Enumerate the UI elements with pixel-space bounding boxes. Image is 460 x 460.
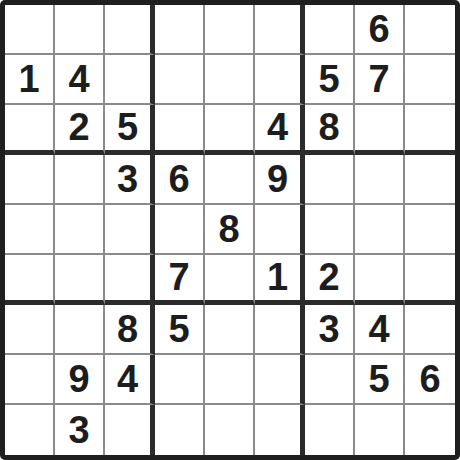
cell-r9c9[interactable] [405, 405, 455, 455]
cell-r7c4[interactable]: 5 [155, 305, 205, 355]
cell-r2c4[interactable] [155, 55, 205, 105]
cell-r8c6[interactable] [255, 355, 305, 405]
cell-r1c4[interactable] [155, 5, 205, 55]
cell-r1c5[interactable] [205, 5, 255, 55]
cell-r3c2[interactable]: 2 [55, 105, 105, 155]
cell-r1c8[interactable]: 6 [355, 5, 405, 55]
cell-r5c8[interactable] [355, 205, 405, 255]
cell-r2c9[interactable] [405, 55, 455, 105]
cell-r2c5[interactable] [205, 55, 255, 105]
cell-r3c1[interactable] [5, 105, 55, 155]
cell-r5c9[interactable] [405, 205, 455, 255]
cell-r6c7[interactable]: 2 [305, 255, 355, 305]
cell-r3c6[interactable]: 4 [255, 105, 305, 155]
sudoku-board: 6145725483698712853494563 [0, 0, 460, 460]
cell-r4c3[interactable]: 3 [105, 155, 155, 205]
cell-r7c3[interactable]: 8 [105, 305, 155, 355]
cell-r7c1[interactable] [5, 305, 55, 355]
cell-r9c8[interactable] [355, 405, 405, 455]
cell-r4c2[interactable] [55, 155, 105, 205]
cell-r4c6[interactable]: 9 [255, 155, 305, 205]
cell-r6c1[interactable] [5, 255, 55, 305]
cell-r6c5[interactable] [205, 255, 255, 305]
cell-r2c7[interactable]: 5 [305, 55, 355, 105]
cell-r9c1[interactable] [5, 405, 55, 455]
cell-r5c7[interactable] [305, 205, 355, 255]
cell-r6c3[interactable] [105, 255, 155, 305]
cell-r8c3[interactable]: 4 [105, 355, 155, 405]
cell-r4c9[interactable] [405, 155, 455, 205]
cell-r8c7[interactable] [305, 355, 355, 405]
cell-r9c3[interactable] [105, 405, 155, 455]
cell-r6c4[interactable]: 7 [155, 255, 205, 305]
cell-r9c7[interactable] [305, 405, 355, 455]
cell-r7c6[interactable] [255, 305, 305, 355]
cell-r9c4[interactable] [155, 405, 205, 455]
cell-r5c2[interactable] [55, 205, 105, 255]
cell-r7c5[interactable] [205, 305, 255, 355]
cell-r1c9[interactable] [405, 5, 455, 55]
cell-r4c7[interactable] [305, 155, 355, 205]
cell-r1c2[interactable] [55, 5, 105, 55]
cell-r8c9[interactable]: 6 [405, 355, 455, 405]
cell-r2c6[interactable] [255, 55, 305, 105]
cell-r3c3[interactable]: 5 [105, 105, 155, 155]
cell-r8c8[interactable]: 5 [355, 355, 405, 405]
cell-r8c5[interactable] [205, 355, 255, 405]
cell-r5c6[interactable] [255, 205, 305, 255]
cell-r8c1[interactable] [5, 355, 55, 405]
cell-r4c4[interactable]: 6 [155, 155, 205, 205]
cell-r3c7[interactable]: 8 [305, 105, 355, 155]
cell-r5c4[interactable] [155, 205, 205, 255]
cell-r2c3[interactable] [105, 55, 155, 105]
cell-r4c5[interactable] [205, 155, 255, 205]
cell-r8c2[interactable]: 9 [55, 355, 105, 405]
cell-r3c4[interactable] [155, 105, 205, 155]
cell-r1c3[interactable] [105, 5, 155, 55]
cell-r7c7[interactable]: 3 [305, 305, 355, 355]
cell-r2c1[interactable]: 1 [5, 55, 55, 105]
cell-r3c5[interactable] [205, 105, 255, 155]
cell-r7c9[interactable] [405, 305, 455, 355]
cell-r1c1[interactable] [5, 5, 55, 55]
cell-r4c1[interactable] [5, 155, 55, 205]
cell-r6c9[interactable] [405, 255, 455, 305]
cell-r3c9[interactable] [405, 105, 455, 155]
cell-r9c2[interactable]: 3 [55, 405, 105, 455]
cell-r9c6[interactable] [255, 405, 305, 455]
cell-r8c4[interactable] [155, 355, 205, 405]
cell-r6c8[interactable] [355, 255, 405, 305]
cell-r1c6[interactable] [255, 5, 305, 55]
cell-r2c8[interactable]: 7 [355, 55, 405, 105]
cell-r5c3[interactable] [105, 205, 155, 255]
cell-r7c2[interactable] [55, 305, 105, 355]
cell-r6c6[interactable]: 1 [255, 255, 305, 305]
cell-r1c7[interactable] [305, 5, 355, 55]
cell-r6c2[interactable] [55, 255, 105, 305]
cell-r5c1[interactable] [5, 205, 55, 255]
cell-r4c8[interactable] [355, 155, 405, 205]
cell-r9c5[interactable] [205, 405, 255, 455]
cell-r3c8[interactable] [355, 105, 405, 155]
cell-r7c8[interactable]: 4 [355, 305, 405, 355]
cell-r5c5[interactable]: 8 [205, 205, 255, 255]
cell-r2c2[interactable]: 4 [55, 55, 105, 105]
